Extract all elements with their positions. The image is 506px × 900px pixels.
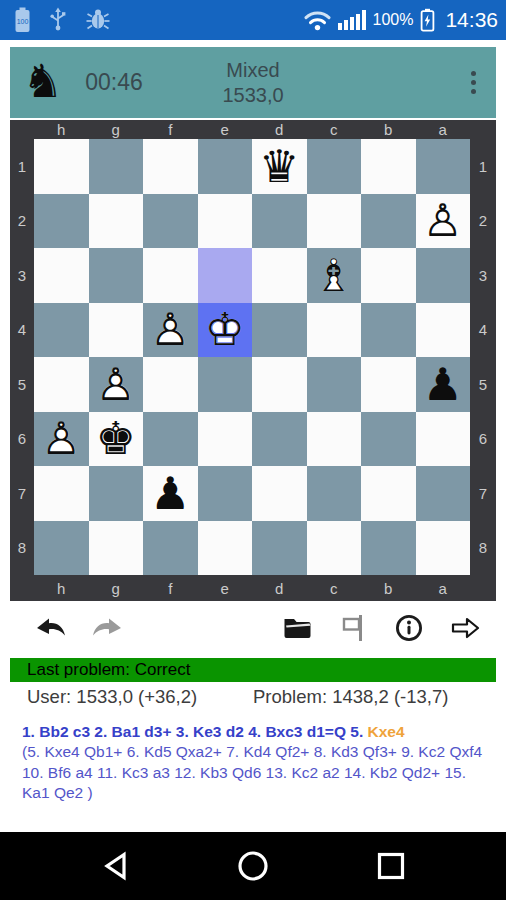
square-g5[interactable]: ♟♙ xyxy=(89,357,144,412)
square-e8[interactable] xyxy=(198,521,253,576)
square-b3[interactable] xyxy=(361,248,416,303)
user-rating: User: 1533,0 (+36,2) xyxy=(10,686,253,708)
white-bishop: ♗ xyxy=(307,248,362,303)
last-problem-result-bar: Last problem: Correct xyxy=(10,658,496,682)
square-b4[interactable] xyxy=(361,303,416,358)
file-labels-bottom: hgfedcba xyxy=(34,575,470,601)
black-pawn: ♟ xyxy=(143,466,198,521)
square-e5[interactable] xyxy=(198,357,253,412)
square-a5[interactable]: ♟ xyxy=(416,357,471,412)
square-g6[interactable]: ♚ xyxy=(89,412,144,467)
square-b5[interactable] xyxy=(361,357,416,412)
move-list: 1. Bb2 c3 2. Ba1 d3+ 3. Ke3 d2 4. Bxc3 d… xyxy=(10,722,496,804)
white-piece-fill: ♝ xyxy=(307,248,362,303)
square-e3[interactable] xyxy=(198,248,253,303)
square-h3[interactable] xyxy=(34,248,89,303)
file-labels-top: hgfedcba xyxy=(34,120,470,139)
square-f2[interactable] xyxy=(143,194,198,249)
battery-100-icon: 100 xyxy=(14,7,31,33)
toolbar xyxy=(10,601,496,655)
square-e2[interactable] xyxy=(198,194,253,249)
square-h7[interactable] xyxy=(34,466,89,521)
last-problem-result: Last problem: Correct xyxy=(27,660,190,680)
app-header: ♞ 00:46 Mixed 1533,0 xyxy=(10,47,496,118)
status-bar: 100 xyxy=(0,0,506,40)
white-pawn: ♙ xyxy=(89,357,144,412)
next-icon[interactable] xyxy=(448,611,482,645)
folder-icon[interactable] xyxy=(280,611,314,645)
square-g7[interactable] xyxy=(89,466,144,521)
square-g8[interactable] xyxy=(89,521,144,576)
problem-rating: Problem: 1438,2 (-13,7) xyxy=(253,686,496,708)
square-f5[interactable] xyxy=(143,357,198,412)
square-d3[interactable] xyxy=(252,248,307,303)
home-icon[interactable] xyxy=(236,849,270,883)
white-piece-fill: ♟ xyxy=(143,303,198,358)
black-pawn: ♟ xyxy=(416,357,471,412)
usb-icon xyxy=(49,7,67,33)
square-a1[interactable] xyxy=(416,139,471,194)
square-c8[interactable] xyxy=(307,521,362,576)
square-h8[interactable] xyxy=(34,521,89,576)
white-piece-fill: ♟ xyxy=(34,412,89,467)
square-h5[interactable] xyxy=(34,357,89,412)
square-f1[interactable] xyxy=(143,139,198,194)
undo-icon[interactable] xyxy=(34,611,68,645)
problem-timer: 00:46 xyxy=(85,69,143,96)
square-c7[interactable] xyxy=(307,466,362,521)
black-queen: ♛ xyxy=(252,139,307,194)
square-g4[interactable] xyxy=(89,303,144,358)
square-f3[interactable] xyxy=(143,248,198,303)
flag-icon[interactable] xyxy=(336,611,370,645)
square-d5[interactable] xyxy=(252,357,307,412)
square-b8[interactable] xyxy=(361,521,416,576)
square-a4[interactable] xyxy=(416,303,471,358)
white-pawn: ♙ xyxy=(416,194,471,249)
square-d6[interactable] xyxy=(252,412,307,467)
white-pawn: ♙ xyxy=(34,412,89,467)
square-e4[interactable]: ♚♔ xyxy=(198,303,253,358)
square-h1[interactable] xyxy=(34,139,89,194)
back-icon[interactable] xyxy=(98,849,132,883)
svg-text:100: 100 xyxy=(17,18,29,25)
square-b1[interactable] xyxy=(361,139,416,194)
rank-labels-right: 12345678 xyxy=(470,139,496,575)
square-h4[interactable] xyxy=(34,303,89,358)
square-d7[interactable] xyxy=(252,466,307,521)
square-d1[interactable]: ♛ xyxy=(252,139,307,194)
square-c1[interactable] xyxy=(307,139,362,194)
square-f6[interactable] xyxy=(143,412,198,467)
battery-percent: 100% xyxy=(373,11,414,29)
white-piece-fill: ♚ xyxy=(198,303,253,358)
square-d8[interactable] xyxy=(252,521,307,576)
chess-board-frame: hgfedcba 12345678 ♛♟♙♝♗♟♙♚♔♟♙♟♟♙♚♟ 12345… xyxy=(10,120,496,601)
battery-charging-icon xyxy=(420,8,435,32)
current-move: Kxe4 xyxy=(368,723,405,740)
board-grid: ♛♟♙♝♗♟♙♚♔♟♙♟♟♙♚♟ xyxy=(34,139,470,575)
rank-labels-left: 12345678 xyxy=(10,139,34,575)
square-f4[interactable]: ♟♙ xyxy=(143,303,198,358)
ratings-row: User: 1533,0 (+36,2) Problem: 1438,2 (-1… xyxy=(10,686,496,708)
white-piece-fill: ♟ xyxy=(416,194,471,249)
square-g1[interactable] xyxy=(89,139,144,194)
black-king: ♚ xyxy=(89,412,144,467)
square-c6[interactable] xyxy=(307,412,362,467)
square-b2[interactable] xyxy=(361,194,416,249)
square-c2[interactable] xyxy=(307,194,362,249)
square-c4[interactable] xyxy=(307,303,362,358)
square-h6[interactable]: ♟♙ xyxy=(34,412,89,467)
square-f8[interactable] xyxy=(143,521,198,576)
mode-rating: 1533,0 xyxy=(222,83,283,108)
square-a3[interactable] xyxy=(416,248,471,303)
square-a8[interactable] xyxy=(416,521,471,576)
square-f7[interactable]: ♟ xyxy=(143,466,198,521)
square-c5[interactable] xyxy=(307,357,362,412)
white-king: ♔ xyxy=(198,303,253,358)
square-d4[interactable] xyxy=(252,303,307,358)
recents-icon[interactable] xyxy=(374,849,408,883)
square-g2[interactable] xyxy=(89,194,144,249)
square-b6[interactable] xyxy=(361,412,416,467)
square-c3[interactable]: ♝♗ xyxy=(307,248,362,303)
variation-moves: (5. Kxe4 Qb1+ 6. Kd5 Qxa2+ 7. Kd4 Qf2+ 8… xyxy=(22,742,484,803)
white-pawn: ♙ xyxy=(143,303,198,358)
square-e6[interactable] xyxy=(198,412,253,467)
mode-block: Mixed 1533,0 xyxy=(222,58,283,108)
square-h2[interactable] xyxy=(34,194,89,249)
mode-label: Mixed xyxy=(222,58,283,83)
main-line-moves: 1. Bb2 c3 2. Ba1 d3+ 3. Ke3 d2 4. Bxc3 d… xyxy=(22,723,368,740)
wifi-icon xyxy=(304,9,331,31)
android-nav-bar xyxy=(0,832,506,900)
square-e7[interactable] xyxy=(198,466,253,521)
square-g3[interactable] xyxy=(89,248,144,303)
white-piece-fill: ♟ xyxy=(89,357,144,412)
signal-bars-icon xyxy=(338,10,366,30)
redo-icon[interactable] xyxy=(90,611,124,645)
square-a7[interactable] xyxy=(416,466,471,521)
overflow-menu-icon[interactable] xyxy=(465,65,482,100)
square-e1[interactable] xyxy=(198,139,253,194)
square-a6[interactable] xyxy=(416,412,471,467)
clock-time: 14:36 xyxy=(445,8,498,32)
square-d2[interactable] xyxy=(252,194,307,249)
bug-icon xyxy=(85,7,111,33)
knight-logo-icon: ♞ xyxy=(22,58,63,104)
info-icon[interactable] xyxy=(392,611,426,645)
square-b7[interactable] xyxy=(361,466,416,521)
square-a2[interactable]: ♟♙ xyxy=(416,194,471,249)
